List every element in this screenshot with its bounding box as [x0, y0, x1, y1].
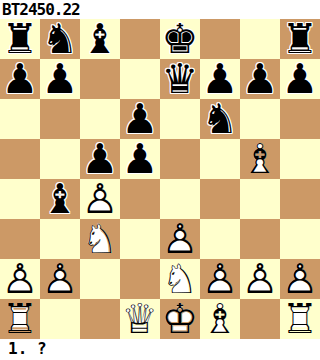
piece-glyph: ♟ [120, 99, 160, 139]
piece-glyph: ♛ [160, 59, 200, 99]
white-pawn: ♟♙ [80, 179, 120, 219]
black-pawn: ♟ [80, 139, 120, 179]
square-e2[interactable]: ♞♘ [160, 259, 200, 299]
square-g1[interactable] [240, 299, 280, 339]
black-pawn: ♟ [280, 59, 320, 99]
square-e1[interactable]: ♚♔ [160, 299, 200, 339]
piece-glyph: ♟ [240, 59, 280, 99]
square-g4[interactable] [240, 179, 280, 219]
square-g2[interactable]: ♟♙ [240, 259, 280, 299]
square-d5[interactable]: ♟ [120, 139, 160, 179]
square-a1[interactable]: ♜♖ [0, 299, 40, 339]
square-a2[interactable]: ♟♙ [0, 259, 40, 299]
square-g6[interactable] [240, 99, 280, 139]
square-h1[interactable]: ♜♖ [280, 299, 320, 339]
square-f3[interactable] [200, 219, 240, 259]
square-c6[interactable] [80, 99, 120, 139]
black-knight: ♞ [200, 99, 240, 139]
square-g8[interactable] [240, 19, 280, 59]
white-pawn: ♟♙ [40, 259, 80, 299]
square-h2[interactable]: ♟♙ [280, 259, 320, 299]
square-b3[interactable] [40, 219, 80, 259]
square-b1[interactable] [40, 299, 80, 339]
black-pawn: ♟ [120, 99, 160, 139]
square-b8[interactable]: ♞ [40, 19, 80, 59]
square-h5[interactable] [280, 139, 320, 179]
square-f4[interactable] [200, 179, 240, 219]
white-bishop: ♝♗ [200, 299, 240, 339]
piece-outline-glyph: ♘ [80, 219, 120, 259]
piece-outline-glyph: ♙ [280, 259, 320, 299]
square-g3[interactable] [240, 219, 280, 259]
white-rook: ♜♖ [280, 299, 320, 339]
square-d4[interactable] [120, 179, 160, 219]
square-c8[interactable]: ♝ [80, 19, 120, 59]
piece-outline-glyph: ♙ [40, 259, 80, 299]
square-a3[interactable] [0, 219, 40, 259]
white-pawn: ♟♙ [200, 259, 240, 299]
piece-outline-glyph: ♖ [0, 299, 40, 339]
black-rook: ♜ [280, 19, 320, 59]
piece-glyph: ♚ [160, 19, 200, 59]
square-b2[interactable]: ♟♙ [40, 259, 80, 299]
white-pawn: ♟♙ [280, 259, 320, 299]
black-bishop: ♝ [40, 179, 80, 219]
black-pawn: ♟ [120, 139, 160, 179]
white-king: ♚♔ [160, 299, 200, 339]
black-queen: ♛ [160, 59, 200, 99]
piece-glyph: ♟ [280, 59, 320, 99]
piece-outline-glyph: ♙ [240, 259, 280, 299]
square-f2[interactable]: ♟♙ [200, 259, 240, 299]
square-g7[interactable]: ♟ [240, 59, 280, 99]
square-b4[interactable]: ♝ [40, 179, 80, 219]
piece-glyph: ♟ [200, 59, 240, 99]
black-pawn: ♟ [240, 59, 280, 99]
chess-board: ♜♞♝♚♜♟♟♛♟♟♟♟♞♟♟♝♗♝♟♙♞♘♟♙♟♙♟♙♞♘♟♙♟♙♟♙♜♖♛♕… [0, 19, 320, 339]
square-e5[interactable] [160, 139, 200, 179]
piece-glyph: ♝ [40, 179, 80, 219]
square-d1[interactable]: ♛♕ [120, 299, 160, 339]
black-bishop: ♝ [80, 19, 120, 59]
square-c1[interactable] [80, 299, 120, 339]
black-pawn: ♟ [0, 59, 40, 99]
square-b6[interactable] [40, 99, 80, 139]
black-pawn: ♟ [40, 59, 80, 99]
square-b5[interactable] [40, 139, 80, 179]
move-prompt: 1. ? [0, 339, 320, 360]
square-f1[interactable]: ♝♗ [200, 299, 240, 339]
square-d3[interactable] [120, 219, 160, 259]
square-g5[interactable]: ♝♗ [240, 139, 280, 179]
piece-glyph: ♟ [80, 139, 120, 179]
piece-outline-glyph: ♖ [280, 299, 320, 339]
square-e8[interactable]: ♚ [160, 19, 200, 59]
square-e3[interactable]: ♟♙ [160, 219, 200, 259]
white-queen: ♛♕ [120, 299, 160, 339]
square-f7[interactable]: ♟ [200, 59, 240, 99]
square-f6[interactable]: ♞ [200, 99, 240, 139]
piece-outline-glyph: ♗ [200, 299, 240, 339]
black-king: ♚ [160, 19, 200, 59]
black-rook: ♜ [0, 19, 40, 59]
piece-glyph: ♜ [0, 19, 40, 59]
piece-outline-glyph: ♗ [240, 139, 280, 179]
square-c3[interactable]: ♞♘ [80, 219, 120, 259]
square-c2[interactable] [80, 259, 120, 299]
white-pawn: ♟♙ [240, 259, 280, 299]
square-h6[interactable] [280, 99, 320, 139]
square-e4[interactable] [160, 179, 200, 219]
white-bishop: ♝♗ [240, 139, 280, 179]
square-h4[interactable] [280, 179, 320, 219]
piece-outline-glyph: ♕ [120, 299, 160, 339]
piece-outline-glyph: ♘ [160, 259, 200, 299]
white-knight: ♞♘ [80, 219, 120, 259]
piece-glyph: ♟ [0, 59, 40, 99]
black-pawn: ♟ [200, 59, 240, 99]
square-f5[interactable] [200, 139, 240, 179]
square-c5[interactable]: ♟ [80, 139, 120, 179]
square-h8[interactable]: ♜ [280, 19, 320, 59]
square-a6[interactable] [0, 99, 40, 139]
square-d7[interactable] [120, 59, 160, 99]
square-h7[interactable]: ♟ [280, 59, 320, 99]
piece-glyph: ♞ [40, 19, 80, 59]
black-knight: ♞ [40, 19, 80, 59]
square-d2[interactable] [120, 259, 160, 299]
piece-outline-glyph: ♙ [0, 259, 40, 299]
square-a5[interactable] [0, 139, 40, 179]
piece-outline-glyph: ♔ [160, 299, 200, 339]
square-h3[interactable] [280, 219, 320, 259]
square-a7[interactable]: ♟ [0, 59, 40, 99]
square-f8[interactable] [200, 19, 240, 59]
white-pawn: ♟♙ [160, 219, 200, 259]
square-a8[interactable]: ♜ [0, 19, 40, 59]
piece-glyph: ♟ [120, 139, 160, 179]
square-d8[interactable] [120, 19, 160, 59]
piece-glyph: ♜ [280, 19, 320, 59]
square-e7[interactable]: ♛ [160, 59, 200, 99]
piece-glyph: ♞ [200, 99, 240, 139]
square-e6[interactable] [160, 99, 200, 139]
square-a4[interactable] [0, 179, 40, 219]
piece-glyph: ♟ [40, 59, 80, 99]
piece-glyph: ♝ [80, 19, 120, 59]
piece-outline-glyph: ♙ [80, 179, 120, 219]
white-rook: ♜♖ [0, 299, 40, 339]
square-c7[interactable] [80, 59, 120, 99]
square-c4[interactable]: ♟♙ [80, 179, 120, 219]
square-b7[interactable]: ♟ [40, 59, 80, 99]
piece-outline-glyph: ♙ [160, 219, 200, 259]
square-d6[interactable]: ♟ [120, 99, 160, 139]
white-pawn: ♟♙ [0, 259, 40, 299]
white-knight: ♞♘ [160, 259, 200, 299]
piece-outline-glyph: ♙ [200, 259, 240, 299]
